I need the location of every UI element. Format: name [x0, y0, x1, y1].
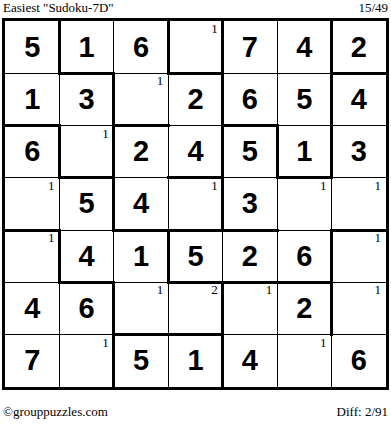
cell-r4c4[interactable]: 1 [168, 178, 222, 230]
pencil-mark: 1 [157, 74, 164, 87]
given-digit: 1 [296, 137, 312, 166]
given-digit: 4 [187, 137, 203, 166]
cell-r1c2[interactable]: 1 [59, 21, 113, 73]
pencil-mark: 1 [48, 231, 55, 244]
cell-r1c5[interactable]: 7 [223, 21, 277, 73]
pencil-mark: 1 [211, 179, 218, 192]
region-border-vertical [167, 229, 170, 284]
region-border-horizontal [58, 281, 115, 284]
cell-r5c4[interactable]: 5 [168, 230, 222, 282]
cell-r3c7[interactable]: 3 [332, 126, 386, 178]
region-border-vertical [221, 21, 224, 75]
difficulty-label: Diff: 2/91 [337, 404, 388, 420]
given-digit: 5 [79, 189, 95, 218]
pencil-mark: 1 [374, 179, 381, 192]
region-border-vertical [112, 281, 115, 336]
region-border-vertical [112, 176, 115, 231]
sudoku-grid: 5161742131265461245131541311141526146121… [5, 21, 386, 387]
region-border-vertical [330, 229, 333, 284]
given-digit: 7 [242, 33, 258, 62]
given-digit: 3 [79, 85, 95, 114]
puzzle-title: Easiest "Sudoku-7D" [3, 0, 114, 16]
region-border-horizontal [5, 124, 61, 127]
region-border-vertical [330, 124, 333, 179]
region-border-vertical [112, 124, 115, 179]
given-digit: 7 [24, 346, 40, 375]
cell-r1c4[interactable]: 1 [168, 21, 222, 73]
cell-r6c7[interactable]: 1 [332, 282, 386, 334]
cell-r7c6[interactable]: 1 [277, 335, 331, 387]
cell-r7c4[interactable]: 1 [168, 335, 222, 387]
pencil-mark: 1 [266, 283, 273, 296]
cell-r5c3[interactable]: 1 [114, 230, 168, 282]
cell-r4c6[interactable]: 1 [277, 178, 331, 230]
cell-r4c1[interactable]: 1 [5, 178, 59, 230]
region-border-horizontal [221, 124, 278, 127]
cell-r2c3[interactable]: 1 [114, 73, 168, 125]
region-border-vertical [167, 21, 170, 75]
region-border-vertical [58, 229, 61, 284]
given-digit: 3 [242, 189, 258, 218]
pencil-mark: 1 [102, 127, 109, 140]
cell-r7c2[interactable]: 1 [59, 335, 113, 387]
region-border-horizontal [167, 229, 224, 232]
cell-r1c1[interactable]: 5 [5, 21, 59, 73]
region-border-vertical [112, 333, 115, 387]
region-border-horizontal [330, 229, 386, 232]
given-digit: 2 [351, 33, 367, 62]
cell-r7c1[interactable]: 7 [5, 335, 59, 387]
given-digit: 4 [351, 85, 367, 114]
pencil-mark: 1 [374, 231, 381, 244]
region-border-horizontal [167, 176, 224, 179]
given-digit: 1 [24, 85, 40, 114]
cell-r5c6[interactable]: 6 [277, 230, 331, 282]
cell-r6c2[interactable]: 6 [59, 282, 113, 334]
copyright-text: ©grouppuzzles.com [3, 404, 108, 420]
given-digit: 4 [133, 189, 149, 218]
grid-line-horizontal [5, 125, 386, 126]
cell-r6c1[interactable]: 4 [5, 282, 59, 334]
region-border-horizontal [221, 229, 278, 232]
given-digit: 5 [242, 137, 258, 166]
region-border-horizontal [221, 281, 278, 284]
given-digit: 5 [296, 85, 312, 114]
given-digit: 2 [242, 242, 258, 271]
sudoku-board[interactable]: 5161742131265461245131541311141526146121… [2, 18, 389, 390]
given-digit: 6 [242, 85, 258, 114]
pencil-mark: 1 [374, 283, 381, 296]
region-border-vertical [58, 21, 61, 75]
cell-r5c7[interactable]: 1 [332, 230, 386, 282]
cell-r4c2[interactable]: 5 [59, 178, 113, 230]
cell-r7c3[interactable]: 5 [114, 335, 168, 387]
cell-r6c5[interactable]: 1 [223, 282, 277, 334]
grid-line-vertical [168, 21, 169, 387]
region-border-vertical [330, 72, 333, 127]
given-digit: 6 [24, 137, 40, 166]
pencil-mark: 1 [320, 336, 327, 349]
cell-r6c3[interactable]: 1 [114, 282, 168, 334]
given-digit: 4 [24, 294, 40, 323]
given-digit: 2 [133, 137, 149, 166]
cell-r7c5[interactable]: 4 [223, 335, 277, 387]
cell-r7c7[interactable]: 6 [332, 335, 386, 387]
region-border-vertical [221, 333, 224, 387]
region-border-horizontal [167, 333, 224, 336]
region-border-vertical [221, 124, 224, 179]
pencil-mark: 1 [157, 283, 164, 296]
cell-r4c7[interactable]: 1 [332, 178, 386, 230]
cell-r2c2[interactable]: 3 [59, 73, 113, 125]
cell-r1c6[interactable]: 4 [277, 21, 331, 73]
given-digit: 3 [351, 137, 367, 166]
cell-r1c3[interactable]: 6 [114, 21, 168, 73]
cell-r3c4[interactable]: 4 [168, 126, 222, 178]
cell-r5c1[interactable]: 1 [5, 230, 59, 282]
region-border-vertical [330, 281, 333, 336]
cell-r2c7[interactable]: 4 [332, 73, 386, 125]
pencil-mark: 1 [320, 179, 327, 192]
cell-r3c3[interactable]: 2 [114, 126, 168, 178]
cell-r4c3[interactable]: 4 [114, 178, 168, 230]
given-digit: 6 [351, 346, 367, 375]
region-border-horizontal [330, 72, 386, 75]
cell-r3c1[interactable]: 6 [5, 126, 59, 178]
cell-r2c4[interactable]: 2 [168, 73, 222, 125]
cell-r2c1[interactable]: 1 [5, 73, 59, 125]
pencil-mark: 1 [48, 179, 55, 192]
region-border-vertical [276, 124, 279, 179]
region-border-horizontal [167, 281, 224, 284]
region-border-horizontal [5, 229, 61, 232]
given-digit: 5 [24, 33, 40, 62]
region-border-horizontal [112, 229, 169, 232]
region-border-vertical [58, 124, 61, 179]
cell-r3c5[interactable]: 5 [223, 126, 277, 178]
cell-r6c6[interactable]: 2 [277, 282, 331, 334]
given-digit: 1 [133, 242, 149, 271]
given-digit: 4 [242, 346, 258, 375]
region-border-horizontal [58, 176, 115, 179]
region-border-vertical [221, 281, 224, 336]
given-digit: 1 [187, 346, 203, 375]
cell-r1c7[interactable]: 2 [332, 21, 386, 73]
cell-r2c5[interactable]: 6 [223, 73, 277, 125]
region-border-horizontal [112, 124, 169, 127]
given-digit: 4 [79, 242, 95, 271]
region-border-horizontal [276, 281, 333, 284]
cell-r2c6[interactable]: 5 [277, 73, 331, 125]
pencil-mark: 1 [211, 22, 218, 35]
given-digit: 5 [187, 242, 203, 271]
cell-r5c5[interactable]: 2 [223, 230, 277, 282]
given-digit: 4 [296, 33, 312, 62]
grid-line-vertical [277, 21, 278, 387]
given-digit: 1 [79, 33, 95, 62]
region-border-horizontal [276, 176, 333, 179]
given-digit: 6 [133, 33, 149, 62]
given-digit: 2 [187, 85, 203, 114]
given-digit: 6 [296, 242, 312, 271]
grid-line-vertical [59, 21, 60, 387]
pencil-mark: 1 [102, 336, 109, 349]
cell-r4c5[interactable]: 3 [223, 178, 277, 230]
region-border-vertical [221, 72, 224, 127]
given-digit: 2 [296, 294, 312, 323]
cell-r3c6[interactable]: 1 [277, 126, 331, 178]
region-border-vertical [112, 72, 115, 127]
cells-remaining-counter: 15/49 [358, 0, 388, 16]
region-border-vertical [330, 21, 333, 75]
region-border-horizontal [167, 72, 224, 75]
cell-r5c2[interactable]: 4 [59, 230, 113, 282]
region-border-vertical [221, 176, 224, 231]
given-digit: 6 [79, 294, 95, 323]
given-digit: 5 [133, 346, 149, 375]
region-border-horizontal [112, 333, 169, 336]
cell-r6c4[interactable]: 2 [168, 282, 222, 334]
region-border-horizontal [58, 72, 115, 75]
cell-r3c2[interactable]: 1 [59, 126, 113, 178]
pencil-mark: 2 [211, 283, 218, 296]
